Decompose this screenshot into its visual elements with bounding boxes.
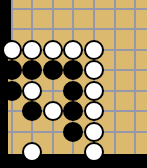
board-corner-block bbox=[0, 0, 11, 42]
black-stone-A4[interactable] bbox=[2, 81, 22, 101]
white-stone-E2[interactable] bbox=[84, 122, 104, 142]
black-stone-A5[interactable] bbox=[2, 60, 22, 80]
grid-line-horizontal bbox=[8, 8, 147, 10]
black-stone-D4[interactable] bbox=[63, 81, 83, 101]
grid-line-horizontal bbox=[8, 28, 147, 30]
white-stone-B4[interactable] bbox=[22, 81, 42, 101]
black-stone-D2[interactable] bbox=[63, 122, 83, 142]
white-stone-B6[interactable] bbox=[22, 40, 42, 60]
white-stone-C3[interactable] bbox=[43, 101, 63, 121]
white-stone-E1[interactable] bbox=[84, 142, 104, 162]
go-board[interactable] bbox=[0, 0, 147, 168]
white-stone-C6[interactable] bbox=[43, 40, 63, 60]
white-stone-E6[interactable] bbox=[84, 40, 104, 60]
white-stone-E4[interactable] bbox=[84, 81, 104, 101]
black-stone-C5[interactable] bbox=[43, 60, 63, 80]
white-stone-A6[interactable] bbox=[2, 40, 22, 60]
